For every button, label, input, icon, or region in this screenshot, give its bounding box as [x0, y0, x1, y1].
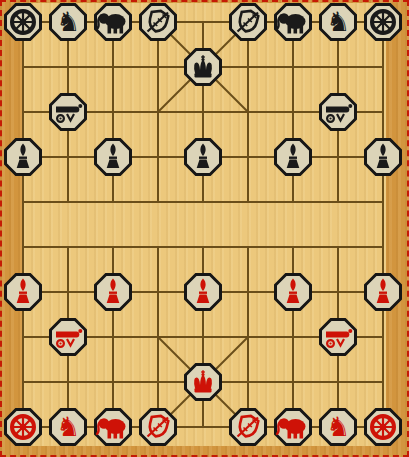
piece-red-elephant[interactable] — [93, 407, 133, 447]
piece-red-soldier[interactable] — [3, 272, 43, 312]
piece-black-advisor[interactable] — [228, 2, 268, 42]
piece-black-cannon[interactable] — [318, 92, 358, 132]
piece-red-chariot[interactable] — [3, 407, 43, 447]
piece-red-soldier[interactable] — [183, 272, 223, 312]
piece-black-elephant[interactable] — [93, 2, 133, 42]
piece-red-horse[interactable] — [318, 407, 358, 447]
piece-black-cannon[interactable] — [48, 92, 88, 132]
piece-black-soldier[interactable] — [3, 137, 43, 177]
piece-red-soldier[interactable] — [273, 272, 313, 312]
piece-black-soldier[interactable] — [183, 137, 223, 177]
piece-red-horse[interactable] — [48, 407, 88, 447]
piece-red-advisor[interactable] — [228, 407, 268, 447]
xiangqi-board[interactable] — [0, 0, 409, 457]
piece-black-king[interactable] — [183, 47, 223, 87]
piece-black-horse[interactable] — [318, 2, 358, 42]
piece-black-advisor[interactable] — [138, 2, 178, 42]
piece-red-cannon[interactable] — [318, 317, 358, 357]
piece-red-king[interactable] — [183, 362, 223, 402]
piece-black-soldier[interactable] — [93, 137, 133, 177]
xiangqi-window — [0, 0, 409, 457]
piece-black-horse[interactable] — [48, 2, 88, 42]
piece-red-elephant[interactable] — [273, 407, 313, 447]
piece-red-cannon[interactable] — [48, 317, 88, 357]
piece-black-soldier[interactable] — [363, 137, 403, 177]
piece-black-chariot[interactable] — [363, 2, 403, 42]
piece-black-chariot[interactable] — [3, 2, 43, 42]
piece-red-chariot[interactable] — [363, 407, 403, 447]
piece-red-soldier[interactable] — [363, 272, 403, 312]
piece-black-soldier[interactable] — [273, 137, 313, 177]
piece-red-soldier[interactable] — [93, 272, 133, 312]
piece-red-advisor[interactable] — [138, 407, 178, 447]
piece-black-elephant[interactable] — [273, 2, 313, 42]
